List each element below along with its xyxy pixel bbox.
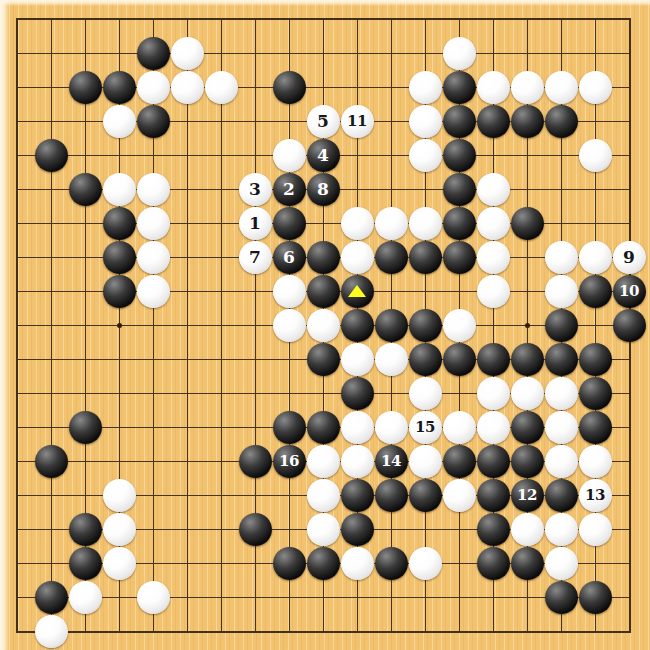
black-stone[interactable]: [443, 207, 476, 240]
triangle-marker: [348, 285, 366, 297]
black-stone[interactable]: [307, 241, 340, 274]
black-stone[interactable]: [273, 547, 306, 580]
board-point-11-12: [374, 410, 408, 444]
black-stone[interactable]: [613, 309, 646, 342]
board-point-14-14: [476, 478, 510, 512]
board-point-10-3: 11: [340, 104, 374, 138]
black-stone[interactable]: [69, 173, 102, 206]
white-stone[interactable]: [341, 445, 374, 478]
white-stone[interactable]: [409, 445, 442, 478]
black-stone[interactable]: 12: [511, 479, 544, 512]
board-point-12-12: 15: [408, 410, 442, 444]
white-stone[interactable]: [341, 343, 374, 376]
board-point-9-8: [306, 274, 340, 308]
black-stone[interactable]: [69, 411, 102, 444]
board-point-3-5: [102, 172, 136, 206]
board-point-2-15: [68, 512, 102, 546]
black-stone[interactable]: [35, 139, 68, 172]
white-stone[interactable]: [545, 275, 578, 308]
board-point-9-13: [306, 444, 340, 478]
board-point-16-15: [544, 512, 578, 546]
white-stone[interactable]: [375, 343, 408, 376]
board-point-4-17: [136, 580, 170, 614]
white-stone[interactable]: [477, 71, 510, 104]
move-number-label: 11: [347, 105, 367, 138]
black-stone[interactable]: [579, 377, 612, 410]
white-stone[interactable]: [137, 275, 170, 308]
board-point-13-7: [442, 240, 476, 274]
board-point-11-10: [374, 342, 408, 376]
black-stone[interactable]: [137, 105, 170, 138]
board-point-12-16: [408, 546, 442, 580]
black-stone[interactable]: [443, 105, 476, 138]
white-stone[interactable]: [341, 547, 374, 580]
white-stone[interactable]: [545, 445, 578, 478]
board-point-4-2: [136, 70, 170, 104]
black-stone[interactable]: [409, 479, 442, 512]
white-stone[interactable]: [307, 309, 340, 342]
white-stone[interactable]: [477, 411, 510, 444]
board-point-12-7: [408, 240, 442, 274]
board-point-2-12: [68, 410, 102, 444]
board-point-15-14: 12: [510, 478, 544, 512]
black-stone[interactable]: [511, 411, 544, 444]
white-stone[interactable]: [409, 377, 442, 410]
white-stone[interactable]: 5: [307, 105, 340, 138]
move-number-label: 10: [619, 275, 639, 308]
black-stone[interactable]: [443, 343, 476, 376]
white-stone[interactable]: [69, 581, 102, 614]
black-stone[interactable]: 6: [273, 241, 306, 274]
black-stone[interactable]: 2: [273, 173, 306, 206]
board-point-13-2: [442, 70, 476, 104]
board-point-10-15: [340, 512, 374, 546]
board-point-16-3: [544, 104, 578, 138]
board-point-3-3: [102, 104, 136, 138]
board-point-9-4: 4: [306, 138, 340, 172]
board-point-4-1: [136, 36, 170, 70]
white-stone[interactable]: [545, 547, 578, 580]
black-stone[interactable]: [103, 207, 136, 240]
board-point-4-8: [136, 274, 170, 308]
board-point-8-4: [272, 138, 306, 172]
board-point-3-14: [102, 478, 136, 512]
white-stone[interactable]: [375, 207, 408, 240]
black-stone[interactable]: [341, 513, 374, 546]
black-stone[interactable]: [443, 173, 476, 206]
black-stone[interactable]: [409, 241, 442, 274]
board-point-11-6: [374, 206, 408, 240]
white-stone[interactable]: [443, 411, 476, 444]
board-point-3-6: [102, 206, 136, 240]
black-stone[interactable]: [579, 411, 612, 444]
black-stone[interactable]: 14: [375, 445, 408, 478]
board-point-10-16: [340, 546, 374, 580]
board-point-17-7: [578, 240, 612, 274]
board-point-9-10: [306, 342, 340, 376]
board-point-17-17: [578, 580, 612, 614]
board-point-14-16: [476, 546, 510, 580]
white-stone[interactable]: [579, 139, 612, 172]
board-point-17-13: [578, 444, 612, 478]
go-board[interactable]: 51143281769101516141213: [0, 0, 650, 650]
black-stone[interactable]: [341, 275, 374, 308]
white-stone[interactable]: [35, 615, 68, 648]
black-stone[interactable]: [69, 513, 102, 546]
board-point-10-9: [340, 308, 374, 342]
black-stone[interactable]: [579, 581, 612, 614]
board-point-3-16: [102, 546, 136, 580]
board-point-11-16: [374, 546, 408, 580]
white-stone[interactable]: 3: [239, 173, 272, 206]
black-stone[interactable]: [511, 343, 544, 376]
board-point-15-2: [510, 70, 544, 104]
black-stone[interactable]: [477, 343, 510, 376]
board-point-8-5: 2: [272, 172, 306, 206]
white-stone[interactable]: [137, 241, 170, 274]
board-point-1-18: [34, 614, 68, 648]
white-stone[interactable]: [375, 411, 408, 444]
black-stone[interactable]: [103, 275, 136, 308]
move-number-label: 3: [249, 173, 261, 206]
move-number-label: 13: [585, 479, 605, 512]
board-point-16-17: [544, 580, 578, 614]
board-point-12-4: [408, 138, 442, 172]
white-stone[interactable]: [579, 445, 612, 478]
board-point-3-7: [102, 240, 136, 274]
board-point-12-13: [408, 444, 442, 478]
board-point-14-7: [476, 240, 510, 274]
board-point-12-3: [408, 104, 442, 138]
black-stone[interactable]: [375, 309, 408, 342]
white-stone[interactable]: [545, 411, 578, 444]
black-stone[interactable]: [307, 411, 340, 444]
board-point-15-16: [510, 546, 544, 580]
board-point-7-5: 3: [238, 172, 272, 206]
black-stone[interactable]: [477, 547, 510, 580]
board-point-15-15: [510, 512, 544, 546]
white-stone[interactable]: [273, 139, 306, 172]
board-point-17-8: [578, 274, 612, 308]
board-point-16-2: [544, 70, 578, 104]
white-stone[interactable]: [103, 547, 136, 580]
black-stone[interactable]: [375, 241, 408, 274]
board-point-8-6: [272, 206, 306, 240]
white-stone[interactable]: [443, 309, 476, 342]
board-point-16-14: [544, 478, 578, 512]
board-point-10-7: [340, 240, 374, 274]
black-stone[interactable]: [239, 445, 272, 478]
black-stone[interactable]: [545, 343, 578, 376]
white-stone[interactable]: [477, 173, 510, 206]
white-stone[interactable]: [137, 581, 170, 614]
black-stone[interactable]: [375, 547, 408, 580]
board-point-10-14: [340, 478, 374, 512]
black-stone[interactable]: [545, 105, 578, 138]
white-stone[interactable]: [341, 241, 374, 274]
black-stone[interactable]: [103, 241, 136, 274]
board-point-14-15: [476, 512, 510, 546]
board-point-8-9: [272, 308, 306, 342]
white-stone[interactable]: [511, 513, 544, 546]
board-point-15-10: [510, 342, 544, 376]
board-point-4-7: [136, 240, 170, 274]
black-stone[interactable]: [103, 71, 136, 104]
board-point-2-17: [68, 580, 102, 614]
black-stone[interactable]: [579, 343, 612, 376]
white-stone[interactable]: [477, 377, 510, 410]
white-stone[interactable]: [103, 105, 136, 138]
move-number-label: 15: [415, 411, 435, 444]
board-point-1-13: [34, 444, 68, 478]
board-point-14-12: [476, 410, 510, 444]
board-point-2-2: [68, 70, 102, 104]
board-point-16-16: [544, 546, 578, 580]
black-stone[interactable]: 4: [307, 139, 340, 172]
white-stone[interactable]: 13: [579, 479, 612, 512]
board-point-9-14: [306, 478, 340, 512]
board-point-13-3: [442, 104, 476, 138]
black-stone[interactable]: [511, 547, 544, 580]
board-point-2-5: [68, 172, 102, 206]
black-stone[interactable]: [477, 445, 510, 478]
white-stone[interactable]: [205, 71, 238, 104]
board-point-8-7: 6: [272, 240, 306, 274]
board-point-17-14: 13: [578, 478, 612, 512]
board-point-9-9: [306, 308, 340, 342]
board-point-13-9: [442, 308, 476, 342]
move-number-label: 8: [317, 173, 329, 206]
black-stone[interactable]: [443, 445, 476, 478]
black-stone[interactable]: [443, 71, 476, 104]
white-stone[interactable]: [171, 71, 204, 104]
white-stone[interactable]: [307, 479, 340, 512]
black-stone[interactable]: [341, 377, 374, 410]
white-stone[interactable]: [579, 513, 612, 546]
black-stone[interactable]: [443, 241, 476, 274]
board-point-9-15: [306, 512, 340, 546]
board-point-9-7: [306, 240, 340, 274]
white-stone[interactable]: [511, 71, 544, 104]
board-point-17-10: [578, 342, 612, 376]
move-number-label: 9: [623, 241, 635, 274]
white-stone[interactable]: [511, 377, 544, 410]
board-point-14-10: [476, 342, 510, 376]
board-point-13-10: [442, 342, 476, 376]
move-number-label: 16: [279, 445, 299, 478]
white-stone[interactable]: [409, 207, 442, 240]
white-stone[interactable]: [103, 479, 136, 512]
white-stone[interactable]: [137, 207, 170, 240]
black-stone[interactable]: 8: [307, 173, 340, 206]
white-stone[interactable]: [443, 479, 476, 512]
board-point-13-5: [442, 172, 476, 206]
board-point-16-11: [544, 376, 578, 410]
white-stone[interactable]: [579, 241, 612, 274]
black-stone[interactable]: [409, 343, 442, 376]
board-point-11-14: [374, 478, 408, 512]
board-point-9-3: 5: [306, 104, 340, 138]
board-point-5-2: [170, 70, 204, 104]
white-stone[interactable]: [477, 275, 510, 308]
white-stone[interactable]: 9: [613, 241, 646, 274]
white-stone[interactable]: [545, 71, 578, 104]
black-stone[interactable]: [273, 207, 306, 240]
board-point-4-6: [136, 206, 170, 240]
board-point-11-13: 14: [374, 444, 408, 478]
white-stone[interactable]: [137, 173, 170, 206]
black-stone[interactable]: [511, 207, 544, 240]
black-stone[interactable]: [443, 139, 476, 172]
board-point-9-5: 8: [306, 172, 340, 206]
white-stone[interactable]: [579, 71, 612, 104]
black-stone[interactable]: [545, 309, 578, 342]
black-stone[interactable]: [273, 411, 306, 444]
white-stone[interactable]: [103, 513, 136, 546]
white-stone[interactable]: [409, 71, 442, 104]
white-stone[interactable]: [477, 207, 510, 240]
board-point-4-5: [136, 172, 170, 206]
black-stone[interactable]: [69, 547, 102, 580]
move-number-label: 14: [381, 445, 401, 478]
board-point-12-2: [408, 70, 442, 104]
move-number-label: 7: [249, 241, 261, 274]
white-stone[interactable]: [171, 37, 204, 70]
board-point-13-12: [442, 410, 476, 444]
board-point-3-15: [102, 512, 136, 546]
board-grid: 51143281769101516141213: [0, 2, 646, 648]
board-point-7-15: [238, 512, 272, 546]
white-stone[interactable]: [545, 241, 578, 274]
board-point-15-12: [510, 410, 544, 444]
board-point-17-4: [578, 138, 612, 172]
board-point-15-11: [510, 376, 544, 410]
black-stone[interactable]: [35, 581, 68, 614]
board-point-8-16: [272, 546, 306, 580]
black-stone[interactable]: [341, 479, 374, 512]
white-stone[interactable]: 11: [341, 105, 374, 138]
move-number-label: 4: [317, 139, 329, 172]
move-number-label: 5: [317, 105, 329, 138]
black-stone[interactable]: [273, 71, 306, 104]
black-stone[interactable]: [477, 513, 510, 546]
white-stone[interactable]: [545, 377, 578, 410]
board-point-15-13: [510, 444, 544, 478]
white-stone[interactable]: [273, 275, 306, 308]
white-stone[interactable]: [273, 309, 306, 342]
board-point-10-10: [340, 342, 374, 376]
white-stone[interactable]: [103, 173, 136, 206]
black-stone[interactable]: [239, 513, 272, 546]
board-point-18-9: [612, 308, 646, 342]
board-point-14-2: [476, 70, 510, 104]
board-point-12-9: [408, 308, 442, 342]
board-point-2-16: [68, 546, 102, 580]
white-stone[interactable]: [409, 105, 442, 138]
white-stone[interactable]: [341, 411, 374, 444]
board-point-12-14: [408, 478, 442, 512]
board-point-13-4: [442, 138, 476, 172]
black-stone[interactable]: [69, 71, 102, 104]
white-stone[interactable]: [443, 37, 476, 70]
black-stone[interactable]: [545, 581, 578, 614]
board-point-18-8: 10: [612, 274, 646, 308]
black-stone[interactable]: [307, 275, 340, 308]
black-stone[interactable]: [477, 105, 510, 138]
move-number-label: 2: [283, 173, 295, 206]
white-stone[interactable]: 1: [239, 207, 272, 240]
board-point-1-4: [34, 138, 68, 172]
white-stone[interactable]: [307, 513, 340, 546]
black-stone[interactable]: [579, 275, 612, 308]
black-stone[interactable]: [545, 479, 578, 512]
board-point-15-3: [510, 104, 544, 138]
black-stone[interactable]: [375, 479, 408, 512]
board-point-14-6: [476, 206, 510, 240]
board-point-10-12: [340, 410, 374, 444]
board-point-17-12: [578, 410, 612, 444]
black-stone[interactable]: 16: [273, 445, 306, 478]
black-stone[interactable]: [341, 309, 374, 342]
black-stone[interactable]: [307, 343, 340, 376]
white-stone[interactable]: [545, 513, 578, 546]
board-point-7-7: 7: [238, 240, 272, 274]
black-stone[interactable]: [409, 309, 442, 342]
board-point-9-12: [306, 410, 340, 444]
white-stone[interactable]: [307, 445, 340, 478]
board-point-1-17: [34, 580, 68, 614]
white-stone[interactable]: [341, 207, 374, 240]
board-point-18-7: 9: [612, 240, 646, 274]
board-point-14-5: [476, 172, 510, 206]
board-point-16-12: [544, 410, 578, 444]
black-stone[interactable]: [511, 445, 544, 478]
white-stone[interactable]: 15: [409, 411, 442, 444]
black-stone[interactable]: [511, 105, 544, 138]
board-point-16-10: [544, 342, 578, 376]
board-point-7-13: [238, 444, 272, 478]
board-point-10-13: [340, 444, 374, 478]
board-point-14-11: [476, 376, 510, 410]
board-point-17-11: [578, 376, 612, 410]
black-stone[interactable]: [137, 37, 170, 70]
board-point-9-16: [306, 546, 340, 580]
black-stone[interactable]: 10: [613, 275, 646, 308]
board-point-13-14: [442, 478, 476, 512]
black-stone[interactable]: [477, 479, 510, 512]
white-stone[interactable]: 7: [239, 241, 272, 274]
board-point-3-2: [102, 70, 136, 104]
white-stone[interactable]: [409, 139, 442, 172]
board-point-14-13: [476, 444, 510, 478]
black-stone[interactable]: [307, 547, 340, 580]
black-stone[interactable]: [35, 445, 68, 478]
board-point-15-6: [510, 206, 544, 240]
board-point-8-8: [272, 274, 306, 308]
board-point-5-1: [170, 36, 204, 70]
board-point-11-7: [374, 240, 408, 274]
board-point-12-10: [408, 342, 442, 376]
move-number-label: 1: [249, 207, 261, 240]
board-point-14-3: [476, 104, 510, 138]
board-point-16-8: [544, 274, 578, 308]
board-point-12-11: [408, 376, 442, 410]
white-stone[interactable]: [477, 241, 510, 274]
board-point-16-13: [544, 444, 578, 478]
white-stone[interactable]: [409, 547, 442, 580]
board-point-8-2: [272, 70, 306, 104]
white-stone[interactable]: [137, 71, 170, 104]
